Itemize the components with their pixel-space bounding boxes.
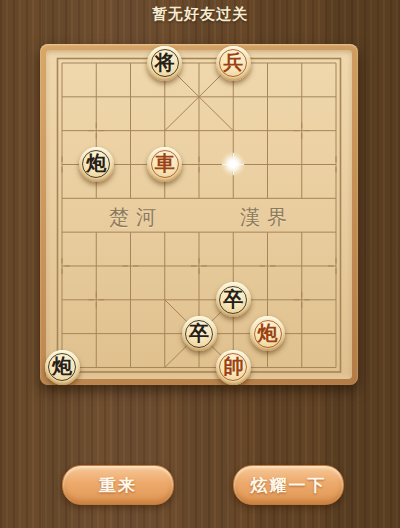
piece-black-cannon[interactable]: 炮: [45, 350, 80, 385]
piece-black-cannon[interactable]: 炮: [79, 147, 114, 182]
restart-button[interactable]: 重来: [62, 465, 174, 505]
piece-glyph: 帥: [223, 356, 243, 376]
river-label-right: 漢界: [240, 204, 294, 231]
piece-glyph: 卒: [223, 289, 243, 309]
page-title: 暂无好友过关: [0, 5, 400, 24]
piece-red-chariot[interactable]: 車: [147, 147, 182, 182]
piece-black-soldier[interactable]: 卒: [182, 316, 217, 351]
river-label-left: 楚河: [109, 204, 163, 231]
show-off-button[interactable]: 炫耀一下: [233, 465, 344, 505]
piece-glyph: 車: [155, 153, 175, 173]
piece-glyph: 炮: [86, 153, 106, 173]
piece-glyph: 兵: [223, 52, 243, 72]
piece-black-general[interactable]: 将: [147, 46, 182, 81]
piece-red-soldier[interactable]: 兵: [216, 46, 251, 81]
piece-glyph: 炮: [258, 323, 278, 343]
piece-red-cannon[interactable]: 炮: [250, 316, 285, 351]
piece-glyph: 炮: [52, 356, 72, 376]
piece-glyph: 卒: [189, 323, 209, 343]
piece-red-general[interactable]: 帥: [216, 350, 251, 385]
piece-glyph: 将: [155, 52, 175, 72]
piece-black-soldier[interactable]: 卒: [216, 282, 251, 317]
